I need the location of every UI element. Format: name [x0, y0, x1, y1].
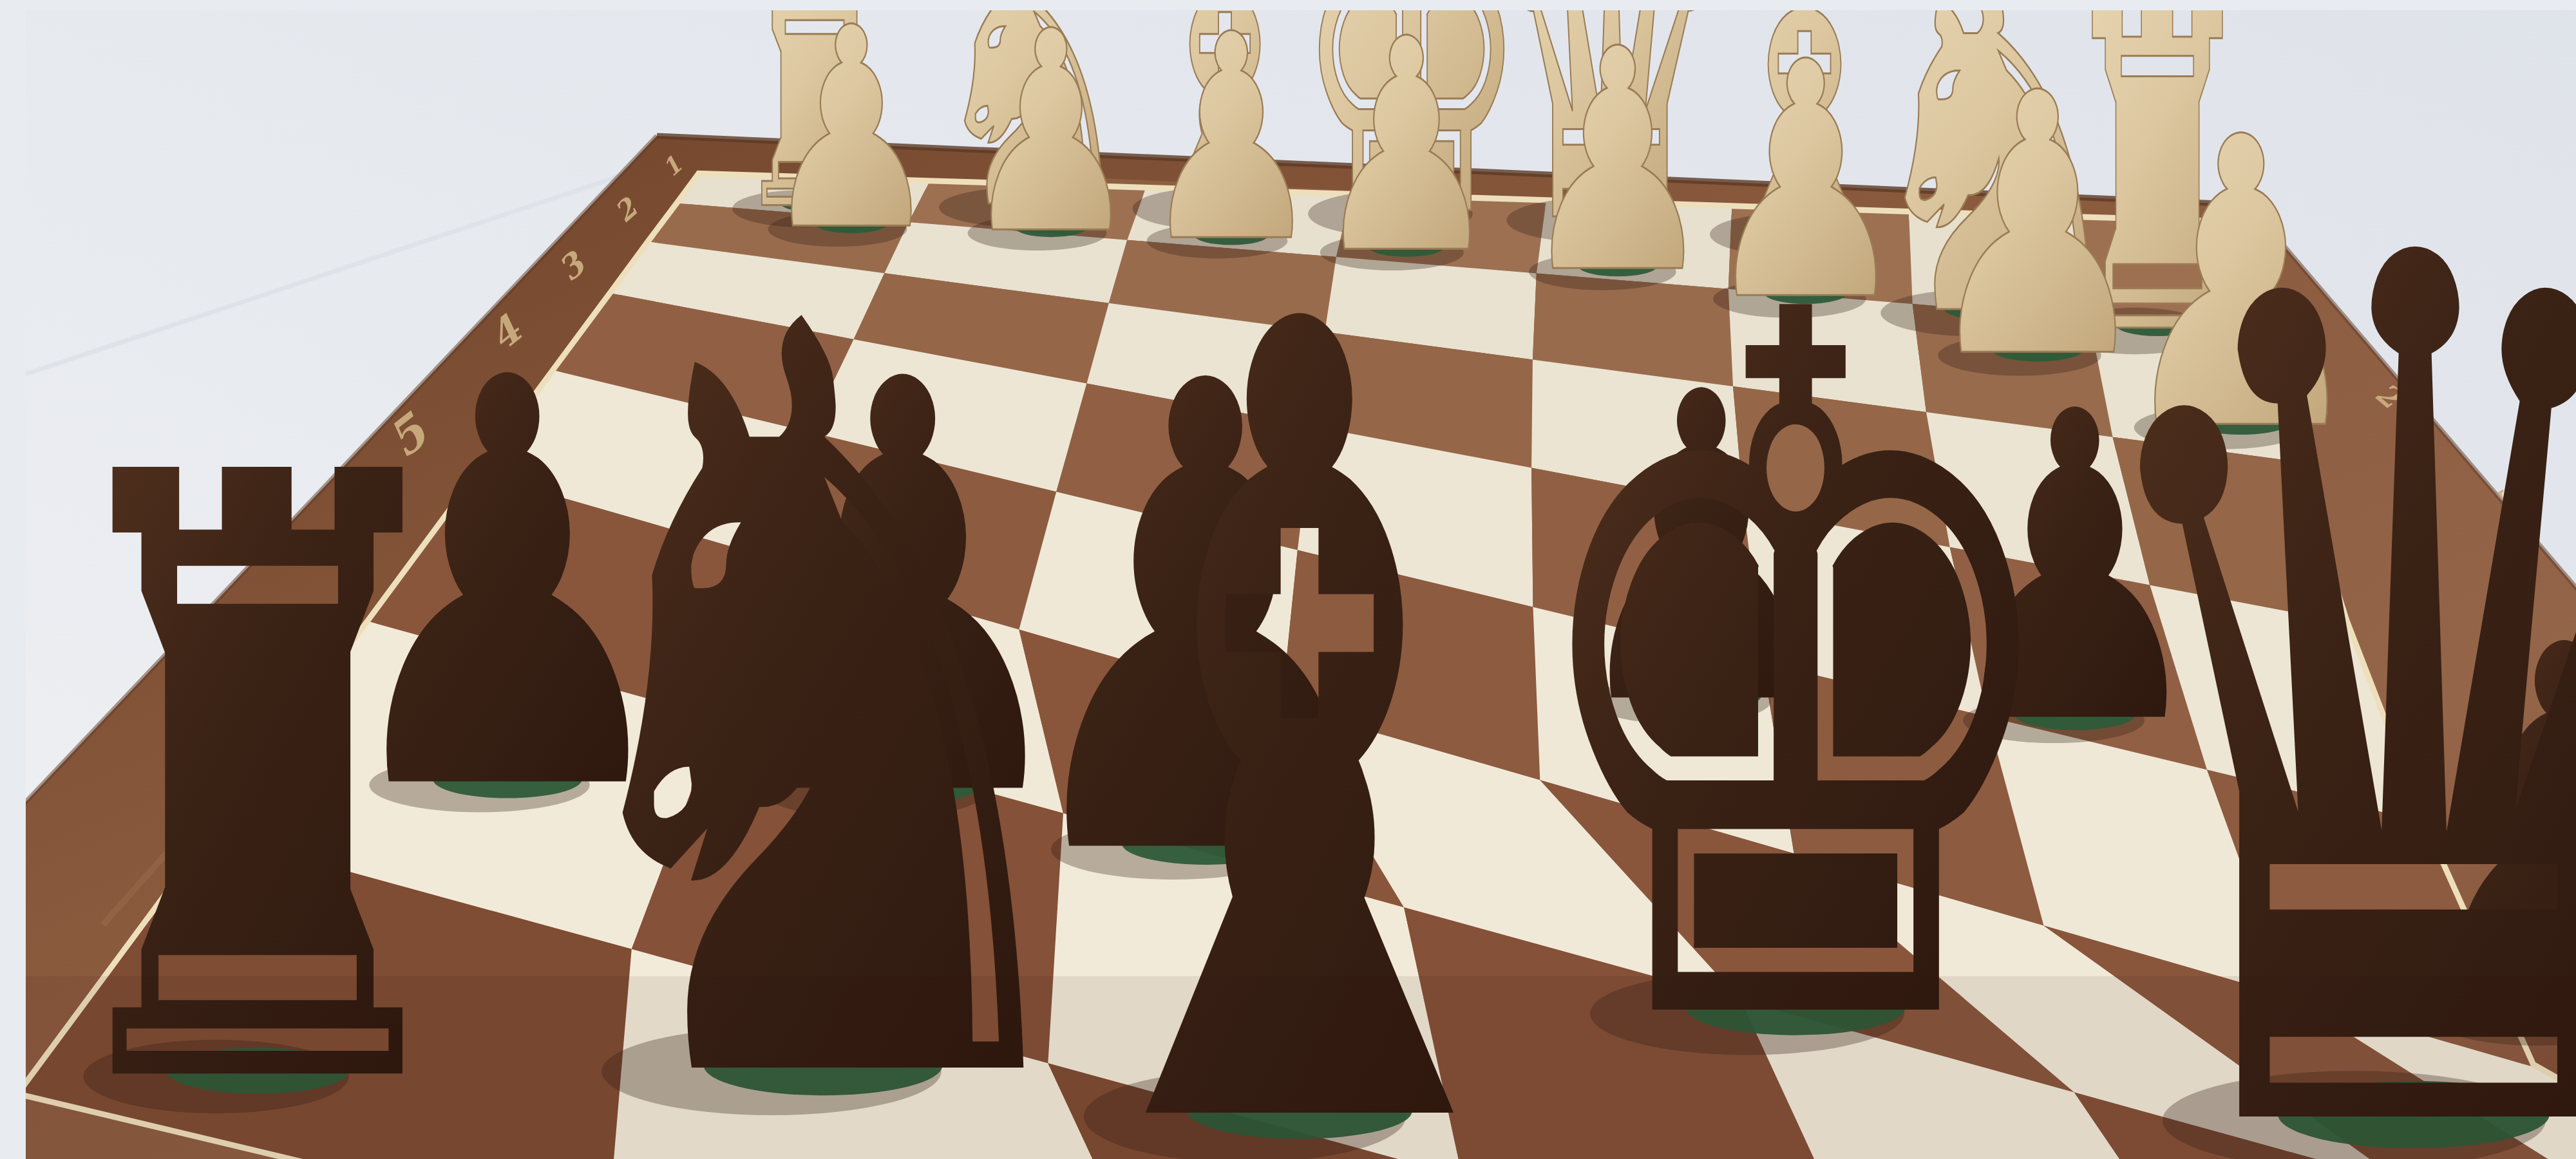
chessboard-photo: 12345123♜♞♝♚♛♝♞♜♟♟♟♟♟♟♟♟♟♟♟♟♟♟♜♞♝♚♛	[26, 10, 2576, 1159]
vignette	[26, 976, 2576, 1159]
chess-board: 12345123♜♞♝♚♛♝♞♜♟♟♟♟♟♟♟♟♟♟♟♟♟♟♜♞♝♚♛	[26, 10, 2576, 1159]
